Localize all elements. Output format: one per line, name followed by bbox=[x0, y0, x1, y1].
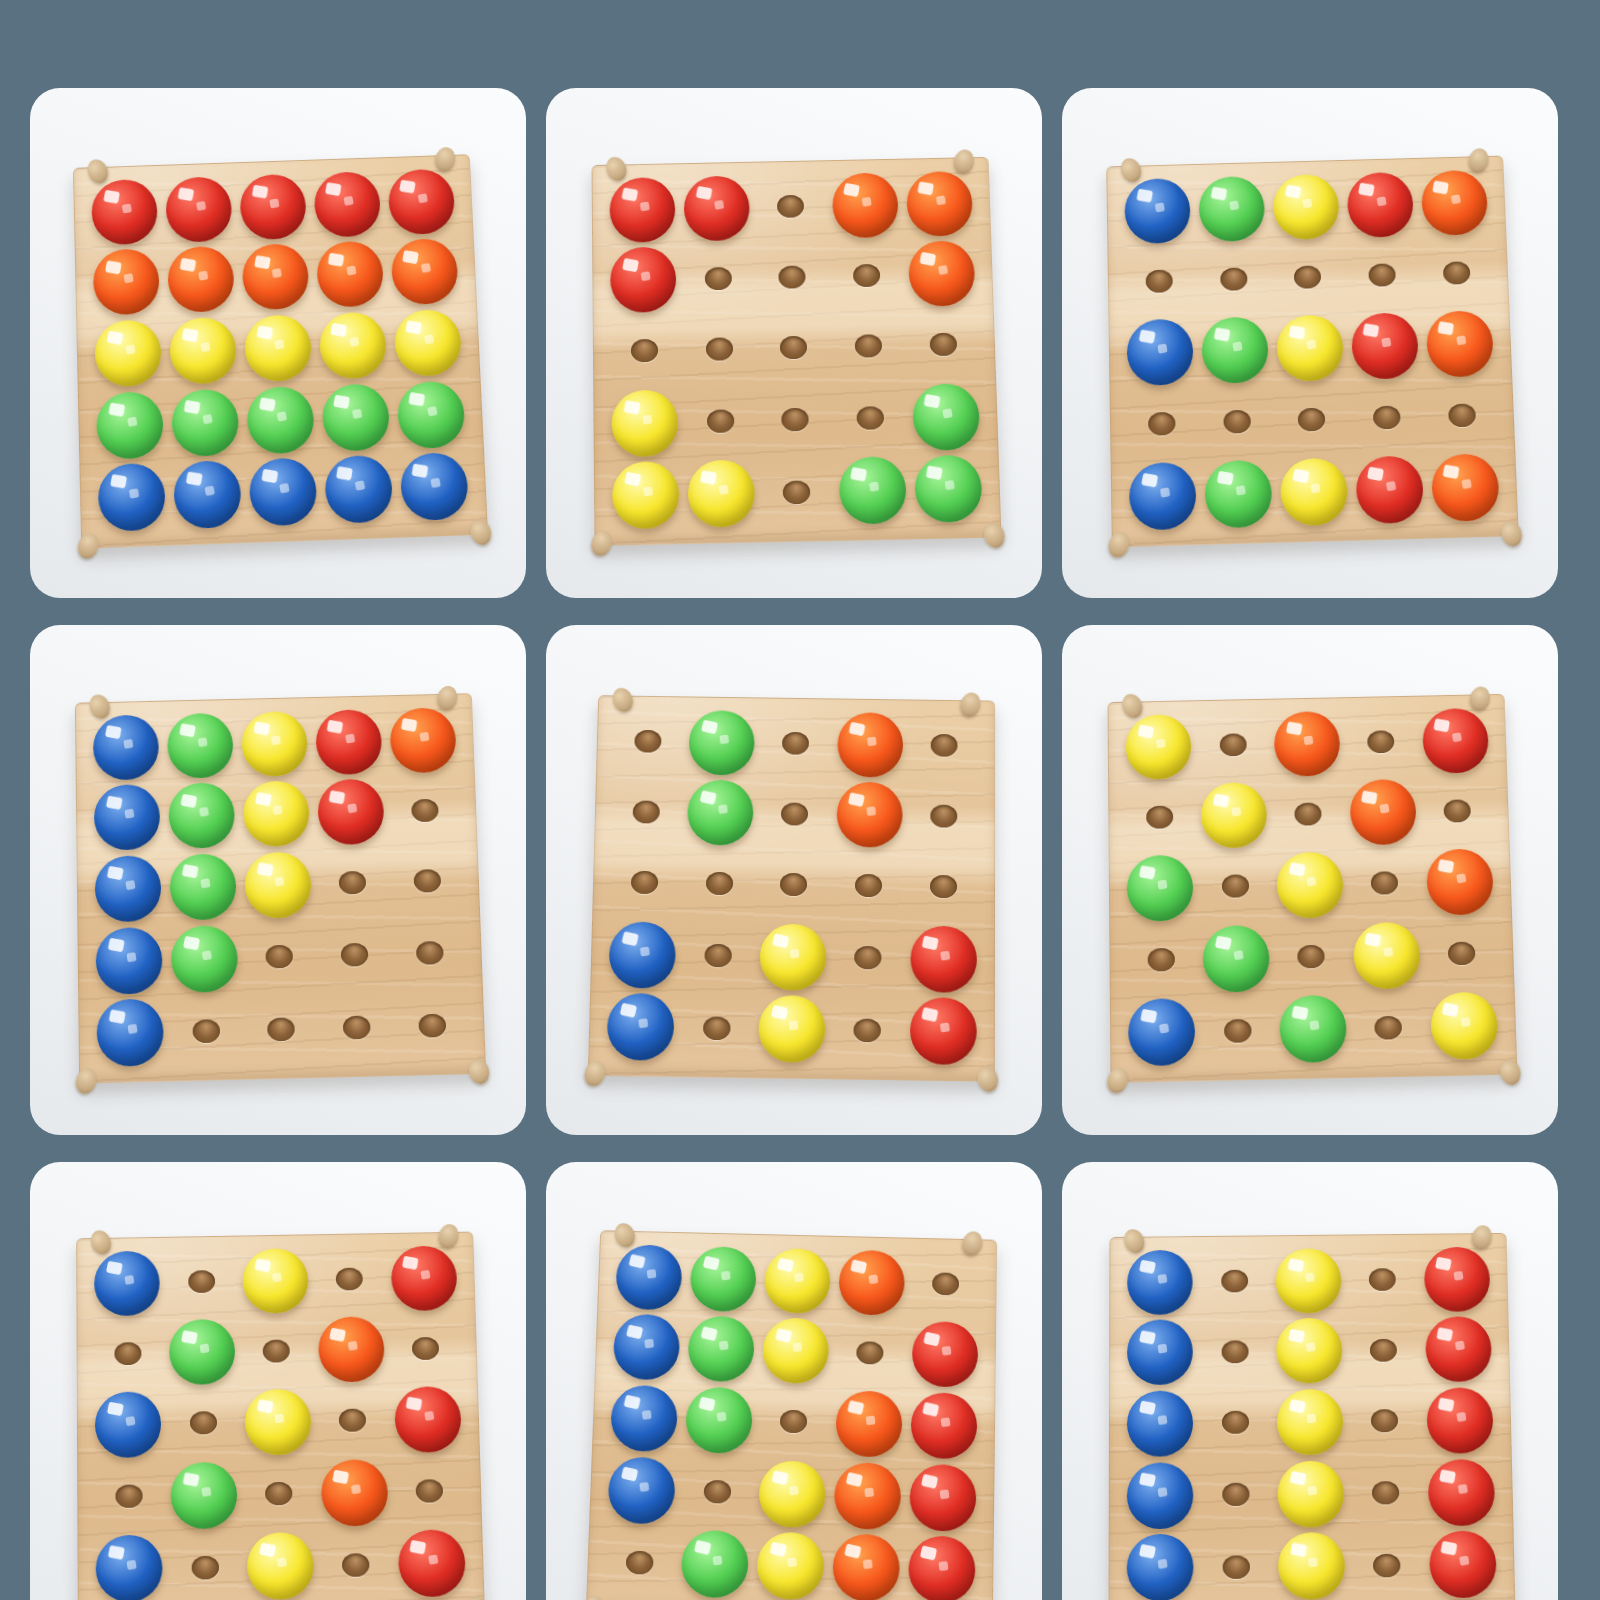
orange-ball bbox=[1430, 453, 1499, 522]
empty-hole-cell[interactable] bbox=[1198, 1530, 1274, 1600]
empty-hole-cell[interactable] bbox=[318, 990, 396, 1065]
yellow-ball-cell[interactable] bbox=[239, 311, 316, 385]
yellow-ball bbox=[758, 995, 826, 1063]
green-ball-cell[interactable] bbox=[685, 1243, 761, 1315]
empty-hole-cell[interactable] bbox=[831, 850, 906, 922]
orange-ball-cell[interactable] bbox=[831, 1387, 907, 1460]
yellow-ball-cell[interactable] bbox=[755, 920, 831, 993]
empty-hole-cell[interactable] bbox=[1345, 1245, 1420, 1316]
peg-hole bbox=[1295, 802, 1322, 825]
green-ball-cell[interactable] bbox=[684, 707, 759, 778]
red-ball-cell[interactable] bbox=[386, 1242, 462, 1313]
peg-hole bbox=[703, 1480, 731, 1504]
red-ball bbox=[910, 925, 977, 992]
orange-ball-cell[interactable] bbox=[386, 235, 464, 308]
green-ball-cell[interactable] bbox=[165, 1316, 240, 1388]
yellow-ball-cell[interactable] bbox=[389, 306, 467, 380]
empty-hole-cell[interactable] bbox=[680, 242, 756, 314]
red-ball-cell[interactable] bbox=[907, 1318, 983, 1391]
red-ball-cell[interactable] bbox=[1346, 309, 1423, 382]
empty-hole-cell[interactable] bbox=[316, 918, 393, 992]
empty-hole-cell[interactable] bbox=[758, 708, 833, 779]
empty-hole-cell[interactable] bbox=[91, 1460, 167, 1533]
blue-ball bbox=[95, 1391, 162, 1458]
empty-hole-cell[interactable] bbox=[607, 315, 683, 388]
blue-ball bbox=[1127, 318, 1194, 386]
empty-hole-cell[interactable] bbox=[757, 383, 834, 457]
yellow-ball-cell[interactable] bbox=[242, 1529, 319, 1600]
peg-grid bbox=[87, 165, 473, 535]
empty-hole-cell[interactable] bbox=[1199, 994, 1276, 1068]
red-ball-cell[interactable] bbox=[1417, 705, 1493, 777]
orange-ball-cell[interactable] bbox=[89, 246, 165, 319]
empty-hole-cell[interactable] bbox=[239, 1315, 315, 1387]
orange-ball bbox=[1420, 169, 1488, 235]
red-ball-cell[interactable] bbox=[309, 168, 386, 241]
orange-ball bbox=[837, 712, 903, 777]
empty-hole-cell[interactable] bbox=[314, 847, 391, 920]
blue-ball-cell[interactable] bbox=[90, 1248, 165, 1319]
green-ball-cell[interactable] bbox=[164, 780, 240, 853]
orange-ball-cell[interactable] bbox=[1421, 307, 1498, 380]
red-ball-cell[interactable] bbox=[904, 1461, 980, 1535]
yellow-ball-cell[interactable] bbox=[238, 778, 314, 850]
peg-foot bbox=[588, 528, 614, 558]
empty-hole-cell[interactable] bbox=[1349, 1529, 1426, 1600]
green-ball-cell[interactable] bbox=[165, 850, 241, 923]
yellow-ball bbox=[393, 309, 462, 377]
yellow-ball-cell[interactable] bbox=[754, 1457, 831, 1531]
empty-hole-cell[interactable] bbox=[168, 994, 245, 1069]
peg-hole bbox=[1444, 799, 1472, 822]
yellow-ball bbox=[95, 319, 163, 387]
orange-ball-cell[interactable] bbox=[1269, 708, 1345, 780]
blue-ball-cell[interactable] bbox=[1123, 1531, 1199, 1600]
green-ball bbox=[169, 1319, 236, 1385]
green-ball-cell[interactable] bbox=[907, 380, 984, 454]
green-ball-cell[interactable] bbox=[834, 453, 911, 527]
empty-hole-cell[interactable] bbox=[315, 1384, 391, 1457]
orange-ball-cell[interactable] bbox=[316, 1456, 393, 1529]
yellow-ball bbox=[1430, 992, 1499, 1060]
blue-ball-cell[interactable] bbox=[90, 781, 165, 854]
yellow-ball-cell[interactable] bbox=[238, 1245, 313, 1316]
peg-hole bbox=[1443, 261, 1471, 284]
yellow-ball-cell[interactable] bbox=[683, 457, 760, 531]
empty-hole-cell[interactable] bbox=[387, 774, 464, 846]
orange-ball-cell[interactable] bbox=[313, 1314, 389, 1386]
peg-hole bbox=[1375, 1016, 1403, 1040]
empty-hole-cell[interactable] bbox=[601, 1525, 679, 1600]
orange-ball-cell[interactable] bbox=[903, 238, 980, 310]
empty-hole-cell[interactable] bbox=[1348, 1457, 1424, 1530]
orange-ball-cell[interactable] bbox=[829, 1459, 906, 1533]
empty-hole-cell[interactable] bbox=[318, 1528, 395, 1600]
blue-ball bbox=[399, 452, 469, 521]
blue-ball-cell[interactable] bbox=[1125, 459, 1202, 534]
photo-tile bbox=[1062, 88, 1558, 598]
empty-hole-cell[interactable] bbox=[1198, 1458, 1274, 1531]
empty-hole-cell[interactable] bbox=[1273, 920, 1350, 994]
yellow-ball-cell[interactable] bbox=[752, 1529, 829, 1600]
orange-ball-cell[interactable] bbox=[1416, 167, 1493, 239]
yellow-ball bbox=[244, 314, 312, 382]
yellow-ball-cell[interactable] bbox=[760, 1245, 836, 1317]
yellow-ball-cell[interactable] bbox=[1121, 711, 1196, 783]
peg-hole bbox=[1222, 1411, 1249, 1434]
empty-hole-cell[interactable] bbox=[756, 1385, 833, 1458]
peg-hole bbox=[855, 874, 882, 897]
empty-hole-cell[interactable] bbox=[756, 849, 832, 921]
green-ball-cell[interactable] bbox=[92, 388, 169, 463]
empty-hole-cell[interactable] bbox=[678, 991, 755, 1065]
blue-ball-cell[interactable] bbox=[604, 918, 681, 991]
yellow-ball-cell[interactable] bbox=[607, 386, 683, 460]
orange-ball bbox=[836, 782, 902, 848]
peg-hole bbox=[930, 333, 958, 356]
yellow-ball-cell[interactable] bbox=[1268, 171, 1344, 243]
empty-hole-cell[interactable] bbox=[610, 706, 686, 777]
blue-ball-cell[interactable] bbox=[92, 1532, 168, 1600]
empty-hole-cell[interactable] bbox=[167, 1530, 243, 1600]
empty-hole-cell[interactable] bbox=[243, 992, 320, 1067]
empty-hole-cell[interactable] bbox=[1270, 241, 1346, 314]
red-ball bbox=[908, 1535, 976, 1600]
red-ball-cell[interactable] bbox=[905, 994, 981, 1068]
yellow-ball-cell[interactable] bbox=[90, 316, 167, 390]
empty-hole-cell[interactable] bbox=[753, 171, 829, 243]
blue-ball bbox=[608, 1456, 677, 1524]
empty-hole-cell[interactable] bbox=[606, 847, 682, 919]
blue-ball-cell[interactable] bbox=[244, 454, 322, 529]
orange-ball bbox=[167, 246, 235, 313]
yellow-ball-cell[interactable] bbox=[314, 309, 392, 383]
green-ball-cell[interactable] bbox=[1123, 852, 1199, 925]
empty-hole-cell[interactable] bbox=[756, 312, 832, 385]
empty-hole-cell[interactable] bbox=[1347, 847, 1424, 920]
peg-foot bbox=[75, 531, 101, 561]
yellow-ball-cell[interactable] bbox=[1273, 1457, 1349, 1530]
empty-hole-cell[interactable] bbox=[906, 780, 981, 852]
yellow-ball-cell[interactable] bbox=[1272, 1386, 1348, 1458]
empty-hole-cell[interactable] bbox=[1348, 381, 1425, 455]
orange-ball-cell[interactable] bbox=[1345, 776, 1421, 848]
empty-hole-cell[interactable] bbox=[907, 710, 981, 781]
yellow-ball-cell[interactable] bbox=[1275, 455, 1353, 530]
yellow-ball bbox=[612, 389, 679, 457]
empty-hole-cell[interactable] bbox=[1196, 243, 1272, 316]
yellow-ball-cell[interactable] bbox=[1272, 1315, 1347, 1386]
blue-ball-cell[interactable] bbox=[91, 1388, 166, 1461]
peg-hole bbox=[703, 1016, 731, 1040]
empty-hole-cell[interactable] bbox=[1197, 1246, 1271, 1317]
yellow-ball-cell[interactable] bbox=[1272, 311, 1349, 384]
yellow-ball-cell[interactable] bbox=[237, 708, 313, 780]
empty-hole-cell[interactable] bbox=[759, 455, 836, 529]
yellow-ball bbox=[241, 711, 308, 777]
yellow-ball bbox=[169, 317, 237, 385]
empty-hole-cell[interactable] bbox=[1197, 1316, 1272, 1387]
empty-hole-cell[interactable] bbox=[391, 1454, 468, 1527]
photo-tile bbox=[1062, 625, 1558, 1135]
empty-hole-cell[interactable] bbox=[832, 1317, 908, 1390]
empty-hole-cell[interactable] bbox=[682, 385, 758, 459]
green-ball bbox=[396, 380, 465, 449]
orange-ball-cell[interactable] bbox=[834, 1247, 909, 1319]
blue-ball-cell[interactable] bbox=[395, 449, 474, 524]
empty-hole-cell[interactable] bbox=[1123, 923, 1199, 997]
yellow-ball-cell[interactable] bbox=[608, 458, 684, 532]
peg-hole bbox=[780, 336, 807, 359]
peg-board bbox=[1108, 1233, 1515, 1600]
yellow-ball-cell[interactable] bbox=[1348, 918, 1425, 992]
peg-hole bbox=[339, 1409, 367, 1432]
red-ball-cell[interactable] bbox=[1423, 1456, 1500, 1529]
green-ball bbox=[171, 388, 239, 457]
empty-hole-cell[interactable] bbox=[1423, 379, 1501, 453]
empty-hole-cell[interactable] bbox=[241, 920, 318, 994]
orange-ball-cell[interactable] bbox=[1426, 450, 1504, 525]
red-ball-cell[interactable] bbox=[312, 776, 388, 848]
peg-foot bbox=[73, 1066, 99, 1096]
orange-ball-cell[interactable] bbox=[827, 169, 903, 241]
orange-ball-cell[interactable] bbox=[832, 779, 907, 851]
empty-hole-cell[interactable] bbox=[681, 848, 757, 920]
green-ball-cell[interactable] bbox=[242, 382, 320, 457]
red-ball-cell[interactable] bbox=[605, 174, 680, 246]
peg-hole bbox=[1369, 263, 1397, 286]
red-ball-cell[interactable] bbox=[1422, 1384, 1498, 1456]
yellow-ball-cell[interactable] bbox=[1272, 849, 1348, 922]
red-ball-cell[interactable] bbox=[393, 1526, 470, 1600]
blue-ball-cell[interactable] bbox=[606, 1382, 683, 1455]
peg-hole bbox=[115, 1485, 142, 1509]
yellow-ball-cell[interactable] bbox=[1271, 1245, 1346, 1316]
red-ball-cell[interactable] bbox=[606, 244, 681, 316]
empty-hole-cell[interactable] bbox=[1122, 781, 1197, 853]
green-ball-cell[interactable] bbox=[1198, 922, 1274, 996]
yellow-ball-cell[interactable] bbox=[165, 314, 242, 388]
empty-hole-cell[interactable] bbox=[394, 988, 472, 1063]
red-ball-cell[interactable] bbox=[235, 170, 312, 243]
blue-ball-cell[interactable] bbox=[608, 1311, 685, 1383]
orange-ball-cell[interactable] bbox=[384, 704, 460, 776]
yellow-ball-cell[interactable] bbox=[1425, 989, 1503, 1063]
yellow-ball-cell[interactable] bbox=[240, 848, 317, 921]
empty-hole-cell[interactable] bbox=[1195, 709, 1270, 781]
peg-grid bbox=[89, 704, 472, 1070]
orange-ball-cell[interactable] bbox=[163, 243, 240, 316]
empty-hole-cell[interactable] bbox=[1121, 245, 1197, 318]
red-ball bbox=[911, 1321, 978, 1388]
red-ball bbox=[1351, 312, 1419, 380]
empty-hole-cell[interactable] bbox=[1198, 1387, 1273, 1459]
red-ball-cell[interactable] bbox=[679, 172, 754, 244]
orange-ball-cell[interactable] bbox=[901, 168, 977, 240]
green-ball bbox=[170, 853, 237, 920]
peg-hole bbox=[1298, 945, 1326, 969]
green-ball-cell[interactable] bbox=[909, 452, 987, 526]
empty-hole-cell[interactable] bbox=[905, 309, 982, 382]
blue-ball-cell[interactable] bbox=[1123, 1247, 1197, 1318]
yellow-ball-cell[interactable] bbox=[1273, 1529, 1349, 1600]
blue-ball-cell[interactable] bbox=[1124, 995, 1200, 1069]
orange-ball bbox=[1425, 310, 1493, 378]
green-ball-cell[interactable] bbox=[1200, 457, 1277, 532]
orange-ball-cell[interactable] bbox=[237, 240, 314, 313]
blue-ball-cell[interactable] bbox=[91, 924, 167, 998]
blue-ball-cell[interactable] bbox=[92, 996, 169, 1071]
peg-hole bbox=[268, 1017, 296, 1041]
red-ball bbox=[1429, 1531, 1497, 1599]
empty-hole-cell[interactable] bbox=[391, 916, 469, 990]
red-ball bbox=[91, 178, 158, 245]
green-ball-cell[interactable] bbox=[681, 1384, 758, 1457]
empty-hole-cell[interactable] bbox=[165, 1387, 241, 1460]
red-ball-cell[interactable] bbox=[905, 922, 980, 995]
orange-ball-cell[interactable] bbox=[311, 238, 388, 311]
red-ball-cell[interactable] bbox=[87, 176, 163, 249]
empty-hole-cell[interactable] bbox=[241, 1457, 317, 1530]
yellow-ball-cell[interactable] bbox=[240, 1386, 316, 1459]
red-ball bbox=[1423, 1247, 1490, 1312]
blue-ball-cell[interactable] bbox=[319, 452, 397, 527]
blue-ball-cell[interactable] bbox=[1123, 1459, 1198, 1532]
green-ball-cell[interactable] bbox=[1197, 313, 1273, 386]
red-ball-cell[interactable] bbox=[1424, 1528, 1501, 1600]
green-ball-cell[interactable] bbox=[683, 1313, 759, 1385]
green-ball-cell[interactable] bbox=[166, 922, 243, 996]
empty-hole-cell[interactable] bbox=[831, 310, 908, 383]
orange-ball-cell[interactable] bbox=[827, 1531, 904, 1600]
red-ball bbox=[610, 177, 676, 243]
peg-board bbox=[76, 1232, 485, 1600]
blue-ball-cell[interactable] bbox=[603, 1453, 681, 1527]
peg-foot bbox=[1106, 530, 1132, 560]
green-ball-cell[interactable] bbox=[167, 385, 244, 460]
red-ball-cell[interactable] bbox=[311, 706, 387, 778]
peg-hole bbox=[932, 1273, 959, 1296]
peg-hole bbox=[336, 1268, 363, 1291]
red-ball-cell[interactable] bbox=[161, 173, 237, 246]
empty-hole-cell[interactable] bbox=[906, 851, 981, 923]
red-ball-cell[interactable] bbox=[903, 1533, 980, 1600]
red-ball-cell[interactable] bbox=[383, 165, 460, 238]
empty-hole-cell[interactable] bbox=[1273, 383, 1350, 457]
empty-hole-cell[interactable] bbox=[829, 239, 905, 311]
empty-hole-cell[interactable] bbox=[1344, 239, 1421, 312]
orange-ball-cell[interactable] bbox=[1421, 846, 1498, 919]
blue-ball-cell[interactable] bbox=[1123, 1388, 1198, 1460]
green-ball-cell[interactable] bbox=[392, 377, 470, 452]
blue-ball bbox=[1128, 998, 1195, 1066]
green-ball-cell[interactable] bbox=[683, 777, 759, 849]
red-ball bbox=[909, 1463, 976, 1531]
empty-hole-cell[interactable] bbox=[387, 1312, 463, 1384]
photo-tile bbox=[546, 88, 1042, 598]
empty-hole-cell[interactable] bbox=[1346, 1315, 1422, 1386]
yellow-ball-cell[interactable] bbox=[758, 1315, 834, 1387]
empty-hole-cell[interactable] bbox=[90, 1318, 165, 1390]
green-ball-cell[interactable] bbox=[163, 710, 238, 782]
empty-hole-cell[interactable] bbox=[1271, 778, 1347, 850]
green-ball bbox=[687, 780, 754, 846]
blue-ball-cell[interactable] bbox=[169, 457, 247, 532]
green-ball-cell[interactable] bbox=[1275, 992, 1352, 1066]
empty-hole-cell[interactable] bbox=[1347, 1385, 1423, 1457]
empty-hole-cell[interactable] bbox=[757, 778, 832, 850]
empty-hole-cell[interactable] bbox=[830, 921, 906, 994]
yellow-ball-cell[interactable] bbox=[1196, 779, 1272, 851]
red-ball-cell[interactable] bbox=[1351, 453, 1429, 528]
peg-hole bbox=[416, 1479, 444, 1503]
peg-foot bbox=[981, 520, 1007, 550]
blue-ball-cell[interactable] bbox=[1120, 175, 1195, 247]
red-ball-cell[interactable] bbox=[1342, 169, 1418, 241]
peg-hole bbox=[411, 799, 439, 822]
empty-hole-cell[interactable] bbox=[1343, 706, 1419, 778]
empty-hole-cell[interactable] bbox=[608, 776, 684, 848]
orange-ball-cell[interactable] bbox=[833, 709, 908, 780]
peg-hole bbox=[1298, 408, 1326, 432]
blue-ball-cell[interactable] bbox=[93, 460, 170, 535]
blue-ball bbox=[1129, 462, 1197, 531]
blue-ball bbox=[98, 463, 166, 532]
blue-ball-cell[interactable] bbox=[91, 852, 167, 925]
peg-hole bbox=[1448, 404, 1476, 428]
peg-board bbox=[1108, 694, 1518, 1083]
red-ball-cell[interactable] bbox=[1419, 1244, 1495, 1315]
green-ball bbox=[687, 1316, 755, 1383]
yellow-ball-cell[interactable] bbox=[754, 992, 831, 1066]
green-ball-cell[interactable] bbox=[1194, 173, 1270, 245]
empty-hole-cell[interactable] bbox=[832, 381, 909, 455]
blue-ball-cell[interactable] bbox=[611, 1241, 687, 1313]
empty-hole-cell[interactable] bbox=[908, 1248, 983, 1320]
empty-hole-cell[interactable] bbox=[1199, 385, 1276, 459]
empty-hole-cell[interactable] bbox=[1423, 917, 1500, 991]
empty-hole-cell[interactable] bbox=[1124, 387, 1200, 461]
green-ball-cell[interactable] bbox=[166, 1458, 242, 1531]
red-ball-cell[interactable] bbox=[1420, 1314, 1496, 1385]
orange-ball bbox=[838, 1249, 905, 1315]
empty-hole-cell[interactable] bbox=[1418, 237, 1495, 310]
empty-hole-cell[interactable] bbox=[829, 993, 905, 1067]
empty-hole-cell[interactable] bbox=[680, 919, 756, 992]
blue-ball-cell[interactable] bbox=[1123, 1317, 1198, 1388]
empty-hole-cell[interactable] bbox=[755, 241, 831, 313]
green-ball-cell[interactable] bbox=[317, 380, 395, 455]
yellow-ball bbox=[1280, 458, 1348, 527]
empty-hole-cell[interactable] bbox=[681, 313, 757, 386]
empty-hole-cell[interactable] bbox=[164, 1246, 239, 1317]
empty-hole-cell[interactable] bbox=[678, 1455, 755, 1529]
green-ball-cell[interactable] bbox=[676, 1527, 754, 1600]
peg-foot bbox=[1499, 519, 1525, 549]
empty-hole-cell[interactable] bbox=[389, 845, 466, 918]
blue-ball-cell[interactable] bbox=[1122, 316, 1198, 389]
empty-hole-cell[interactable] bbox=[1197, 850, 1273, 923]
blue-ball-cell[interactable] bbox=[602, 990, 679, 1064]
peg-board bbox=[73, 154, 488, 549]
empty-hole-cell[interactable] bbox=[312, 1244, 388, 1315]
empty-hole-cell[interactable] bbox=[1419, 775, 1496, 847]
blue-ball-cell[interactable] bbox=[89, 711, 164, 783]
red-ball-cell[interactable] bbox=[906, 1389, 982, 1462]
red-ball-cell[interactable] bbox=[389, 1383, 466, 1456]
orange-ball bbox=[908, 241, 976, 308]
empty-hole-cell[interactable] bbox=[1350, 990, 1427, 1064]
